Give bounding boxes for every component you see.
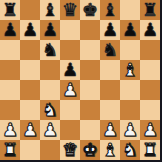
- square-a7[interactable]: ♟: [0, 20, 20, 40]
- white-knight[interactable]: ♞: [40, 100, 60, 120]
- square-c8[interactable]: ♝: [40, 0, 60, 20]
- square-f3[interactable]: [100, 100, 120, 120]
- square-e4[interactable]: [80, 80, 100, 100]
- square-g1[interactable]: ♞: [120, 140, 140, 160]
- square-d8[interactable]: ♛: [60, 0, 80, 20]
- square-b5[interactable]: [20, 60, 40, 80]
- black-pawn[interactable]: ♟: [100, 20, 120, 40]
- square-h4[interactable]: [140, 80, 160, 100]
- square-g6[interactable]: [120, 40, 140, 60]
- square-d1[interactable]: ♛: [60, 140, 80, 160]
- square-h8[interactable]: ♜: [140, 0, 160, 20]
- black-pawn[interactable]: ♟: [140, 20, 160, 40]
- square-h2[interactable]: ♟: [140, 120, 160, 140]
- square-a1[interactable]: ♜: [0, 140, 20, 160]
- square-d7[interactable]: [60, 20, 80, 40]
- square-b1[interactable]: [20, 140, 40, 160]
- chess-board: ♜♝♛♚♝♜♟♟♟♟♟♟♞♞♟♝♟♞♟♟♟♟♟♟♜♛♚♝♞♜: [0, 0, 160, 160]
- square-e7[interactable]: [80, 20, 100, 40]
- square-h1[interactable]: ♜: [140, 140, 160, 160]
- square-g3[interactable]: [120, 100, 140, 120]
- square-c1[interactable]: [40, 140, 60, 160]
- square-e3[interactable]: [80, 100, 100, 120]
- square-b6[interactable]: [20, 40, 40, 60]
- square-g8[interactable]: [120, 0, 140, 20]
- black-rook[interactable]: ♜: [140, 0, 160, 20]
- square-h6[interactable]: [140, 40, 160, 60]
- white-bishop[interactable]: ♝: [100, 140, 120, 160]
- white-pawn[interactable]: ♟: [40, 120, 60, 140]
- square-g5[interactable]: ♝: [120, 60, 140, 80]
- black-pawn[interactable]: ♟: [40, 20, 60, 40]
- square-c5[interactable]: [40, 60, 60, 80]
- square-d6[interactable]: [60, 40, 80, 60]
- square-f6[interactable]: ♞: [100, 40, 120, 60]
- white-bishop[interactable]: ♝: [120, 60, 140, 80]
- square-a6[interactable]: [0, 40, 20, 60]
- square-f5[interactable]: [100, 60, 120, 80]
- square-c2[interactable]: ♟: [40, 120, 60, 140]
- black-pawn[interactable]: ♟: [20, 20, 40, 40]
- square-g2[interactable]: ♟: [120, 120, 140, 140]
- black-bishop[interactable]: ♝: [40, 0, 60, 20]
- square-e8[interactable]: ♚: [80, 0, 100, 20]
- square-h3[interactable]: [140, 100, 160, 120]
- square-h5[interactable]: [140, 60, 160, 80]
- square-e2[interactable]: [80, 120, 100, 140]
- square-a4[interactable]: [0, 80, 20, 100]
- square-e6[interactable]: [80, 40, 100, 60]
- black-pawn[interactable]: ♟: [120, 20, 140, 40]
- square-h7[interactable]: ♟: [140, 20, 160, 40]
- square-b3[interactable]: [20, 100, 40, 120]
- square-g4[interactable]: [120, 80, 140, 100]
- black-knight[interactable]: ♞: [40, 40, 60, 60]
- white-rook[interactable]: ♜: [0, 140, 20, 160]
- black-bishop[interactable]: ♝: [100, 0, 120, 20]
- white-king[interactable]: ♚: [80, 140, 100, 160]
- square-a5[interactable]: [0, 60, 20, 80]
- white-pawn[interactable]: ♟: [60, 80, 80, 100]
- square-f7[interactable]: ♟: [100, 20, 120, 40]
- white-pawn[interactable]: ♟: [100, 120, 120, 140]
- white-pawn[interactable]: ♟: [0, 120, 20, 140]
- white-pawn[interactable]: ♟: [20, 120, 40, 140]
- black-queen[interactable]: ♛: [60, 0, 80, 20]
- square-e1[interactable]: ♚: [80, 140, 100, 160]
- square-d5[interactable]: ♟: [60, 60, 80, 80]
- square-f2[interactable]: ♟: [100, 120, 120, 140]
- black-rook[interactable]: ♜: [0, 0, 20, 20]
- square-g7[interactable]: ♟: [120, 20, 140, 40]
- black-pawn[interactable]: ♟: [0, 20, 20, 40]
- square-b4[interactable]: [20, 80, 40, 100]
- square-a3[interactable]: [0, 100, 20, 120]
- square-d2[interactable]: [60, 120, 80, 140]
- square-e5[interactable]: [80, 60, 100, 80]
- square-c6[interactable]: ♞: [40, 40, 60, 60]
- square-f1[interactable]: ♝: [100, 140, 120, 160]
- square-d4[interactable]: ♟: [60, 80, 80, 100]
- black-king[interactable]: ♚: [80, 0, 100, 20]
- square-b2[interactable]: ♟: [20, 120, 40, 140]
- white-rook[interactable]: ♜: [140, 140, 160, 160]
- square-f4[interactable]: [100, 80, 120, 100]
- chess-board-frame: ♜♝♛♚♝♜♟♟♟♟♟♟♞♞♟♝♟♞♟♟♟♟♟♟♜♛♚♝♞♜: [0, 0, 162, 162]
- black-knight[interactable]: ♞: [100, 40, 120, 60]
- square-a2[interactable]: ♟: [0, 120, 20, 140]
- white-queen[interactable]: ♛: [60, 140, 80, 160]
- white-knight[interactable]: ♞: [120, 140, 140, 160]
- square-b7[interactable]: ♟: [20, 20, 40, 40]
- square-c3[interactable]: ♞: [40, 100, 60, 120]
- square-a8[interactable]: ♜: [0, 0, 20, 20]
- square-b8[interactable]: [20, 0, 40, 20]
- white-pawn[interactable]: ♟: [120, 120, 140, 140]
- white-pawn[interactable]: ♟: [140, 120, 160, 140]
- square-f8[interactable]: ♝: [100, 0, 120, 20]
- square-c4[interactable]: [40, 80, 60, 100]
- square-d3[interactable]: [60, 100, 80, 120]
- black-pawn[interactable]: ♟: [60, 60, 80, 80]
- square-c7[interactable]: ♟: [40, 20, 60, 40]
